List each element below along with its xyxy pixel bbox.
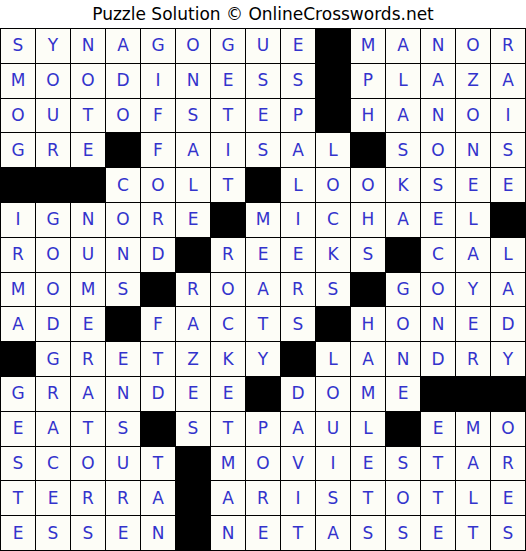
letter-cell-r8c13: O — [421, 273, 455, 307]
letter-cell-r4c15: S — [491, 133, 525, 167]
letter-cell-r10c4: E — [106, 342, 140, 376]
letter-cell-r6c5: R — [141, 203, 175, 237]
letter-cell-r11c2: R — [36, 377, 70, 411]
letter-cell-r14c9: I — [281, 481, 315, 515]
black-square-r1c10 — [316, 29, 350, 63]
black-square-r5c3 — [71, 168, 105, 202]
letter-cell-r15c11: S — [351, 516, 385, 550]
letter-cell-r6c3: N — [71, 203, 105, 237]
letter-cell-r13c15: R — [491, 447, 525, 481]
letter-cell-r3c11: H — [351, 99, 385, 133]
letter-cell-r3c1: O — [1, 99, 35, 133]
letter-cell-r12c6: S — [176, 412, 210, 446]
letter-cell-r5c7: T — [211, 168, 245, 202]
letter-cell-r4c1: G — [1, 133, 35, 167]
letter-cell-r12c10: U — [316, 412, 350, 446]
letter-cell-r7c11: S — [351, 238, 385, 272]
letter-cell-r15c13: E — [421, 516, 455, 550]
letter-cell-r5c9: L — [281, 168, 315, 202]
letter-cell-r10c8: Y — [246, 342, 280, 376]
letter-cell-r8c15: A — [491, 273, 525, 307]
black-square-r7c12 — [386, 238, 420, 272]
letter-cell-r15c3: S — [71, 516, 105, 550]
letter-cell-r8c10: S — [316, 273, 350, 307]
letter-cell-r6c13: E — [421, 203, 455, 237]
letter-cell-r15c2: S — [36, 516, 70, 550]
letter-cell-r6c8: M — [246, 203, 280, 237]
letter-cell-r1c14: O — [456, 29, 490, 63]
letter-cell-r5c14: E — [456, 168, 490, 202]
letter-cell-r1c6: O — [176, 29, 210, 63]
letter-cell-r13c9: V — [281, 447, 315, 481]
letter-cell-r6c4: O — [106, 203, 140, 237]
letter-cell-r13c12: S — [386, 447, 420, 481]
letter-cell-r13c2: C — [36, 447, 70, 481]
letter-cell-r8c12: G — [386, 273, 420, 307]
black-square-r5c8 — [246, 168, 280, 202]
letter-cell-r10c12: N — [386, 342, 420, 376]
letter-cell-r8c6: R — [176, 273, 210, 307]
black-square-r9c10 — [316, 307, 350, 341]
letter-cell-r2c11: P — [351, 64, 385, 98]
letter-cell-r15c8: E — [246, 516, 280, 550]
letter-cell-r3c8: E — [246, 99, 280, 133]
letter-cell-r11c4: N — [106, 377, 140, 411]
letter-cell-r6c10: C — [316, 203, 350, 237]
letter-cell-r10c5: T — [141, 342, 175, 376]
letter-cell-r4c10: L — [316, 133, 350, 167]
letter-cell-r15c5: N — [141, 516, 175, 550]
black-square-r5c2 — [36, 168, 70, 202]
letter-cell-r4c2: R — [36, 133, 70, 167]
letter-cell-r15c15: S — [491, 516, 525, 550]
letter-cell-r14c10: S — [316, 481, 350, 515]
letter-cell-r14c13: T — [421, 481, 455, 515]
black-square-r4c11 — [351, 133, 385, 167]
letter-cell-r5c4: C — [106, 168, 140, 202]
letter-cell-r7c7: R — [211, 238, 245, 272]
letter-cell-r10c15: Y — [491, 342, 525, 376]
letter-cell-r14c14: L — [456, 481, 490, 515]
letter-cell-r11c9: D — [281, 377, 315, 411]
letter-cell-r1c1: S — [1, 29, 35, 63]
letter-cell-r2c12: L — [386, 64, 420, 98]
letter-cell-r6c6: E — [176, 203, 210, 237]
letter-cell-r10c7: K — [211, 342, 245, 376]
letter-cell-r15c1: E — [1, 516, 35, 550]
black-square-r6c7 — [211, 203, 245, 237]
letter-cell-r2c6: N — [176, 64, 210, 98]
letter-cell-r12c11: L — [351, 412, 385, 446]
letter-cell-r6c11: H — [351, 203, 385, 237]
letter-cell-r7c10: K — [316, 238, 350, 272]
letter-cell-r8c2: O — [36, 273, 70, 307]
letter-cell-r6c9: I — [281, 203, 315, 237]
letter-cell-r6c2: G — [36, 203, 70, 237]
letter-cell-r13c4: U — [106, 447, 140, 481]
title-bar: Puzzle Solution © OnlineCrosswords.net — [0, 0, 526, 28]
letter-cell-r4c5: F — [141, 133, 175, 167]
letter-cell-r3c4: O — [106, 99, 140, 133]
letter-cell-r11c12: E — [386, 377, 420, 411]
letter-cell-r1c3: N — [71, 29, 105, 63]
letter-cell-r11c11: M — [351, 377, 385, 411]
letter-cell-r1c8: U — [246, 29, 280, 63]
black-square-r8c5 — [141, 273, 175, 307]
letter-cell-r8c4: S — [106, 273, 140, 307]
letter-cell-r14c2: E — [36, 481, 70, 515]
letter-cell-r3c7: T — [211, 99, 245, 133]
black-square-r3c10 — [316, 99, 350, 133]
letter-cell-r13c5: T — [141, 447, 175, 481]
puzzle-solution-page: Puzzle Solution © OnlineCrosswords.net S… — [0, 0, 526, 551]
letter-cell-r14c4: R — [106, 481, 140, 515]
letter-cell-r2c9: S — [281, 64, 315, 98]
letter-cell-r7c9: E — [281, 238, 315, 272]
black-square-r4c4 — [106, 133, 140, 167]
letter-cell-r5c12: K — [386, 168, 420, 202]
letter-cell-r11c10: O — [316, 377, 350, 411]
letter-cell-r11c7: E — [211, 377, 245, 411]
letter-cell-r1c11: M — [351, 29, 385, 63]
letter-cell-r2c8: S — [246, 64, 280, 98]
letter-cell-r10c6: Z — [176, 342, 210, 376]
letter-cell-r15c10: A — [316, 516, 350, 550]
letter-cell-r12c4: S — [106, 412, 140, 446]
letter-cell-r7c3: U — [71, 238, 105, 272]
black-square-r11c15 — [491, 377, 525, 411]
black-square-r14c6 — [176, 481, 210, 515]
letter-cell-r7c15: L — [491, 238, 525, 272]
letter-cell-r13c11: E — [351, 447, 385, 481]
letter-cell-r3c12: A — [386, 99, 420, 133]
letter-cell-r5c6: L — [176, 168, 210, 202]
letter-cell-r4c7: I — [211, 133, 245, 167]
letter-cell-r6c14: L — [456, 203, 490, 237]
letter-cell-r2c14: Z — [456, 64, 490, 98]
letter-cell-r13c10: I — [316, 447, 350, 481]
letter-cell-r4c14: N — [456, 133, 490, 167]
letter-cell-r7c1: R — [1, 238, 35, 272]
letter-cell-r6c12: A — [386, 203, 420, 237]
letter-cell-r10c13: D — [421, 342, 455, 376]
letter-cell-r8c3: M — [71, 273, 105, 307]
letter-cell-r12c1: E — [1, 412, 35, 446]
letter-cell-r2c5: I — [141, 64, 175, 98]
letter-cell-r2c2: O — [36, 64, 70, 98]
letter-cell-r4c13: O — [421, 133, 455, 167]
letter-cell-r10c2: G — [36, 342, 70, 376]
black-square-r12c12 — [386, 412, 420, 446]
black-square-r6c15 — [491, 203, 525, 237]
letter-cell-r13c3: O — [71, 447, 105, 481]
letter-cell-r9c14: E — [456, 307, 490, 341]
letter-cell-r1c15: R — [491, 29, 525, 63]
letter-cell-r14c8: R — [246, 481, 280, 515]
letter-cell-r7c2: O — [36, 238, 70, 272]
letter-cell-r12c7: T — [211, 412, 245, 446]
letter-cell-r15c7: N — [211, 516, 245, 550]
letter-cell-r2c4: D — [106, 64, 140, 98]
black-square-r12c5 — [141, 412, 175, 446]
black-square-r11c8 — [246, 377, 280, 411]
letter-cell-r9c12: O — [386, 307, 420, 341]
letter-cell-r7c4: N — [106, 238, 140, 272]
letter-cell-r2c15: A — [491, 64, 525, 98]
letter-cell-r1c2: Y — [36, 29, 70, 63]
black-square-r8c11 — [351, 273, 385, 307]
letter-cell-r8c7: O — [211, 273, 245, 307]
black-square-r5c1 — [1, 168, 35, 202]
black-square-r10c1 — [1, 342, 35, 376]
letter-cell-r8c8: A — [246, 273, 280, 307]
letter-cell-r5c5: O — [141, 168, 175, 202]
letter-cell-r1c13: N — [421, 29, 455, 63]
letter-cell-r11c3: A — [71, 377, 105, 411]
letter-cell-r14c7: A — [211, 481, 245, 515]
letter-cell-r4c8: S — [246, 133, 280, 167]
letter-cell-r8c9: R — [281, 273, 315, 307]
letter-cell-r3c9: P — [281, 99, 315, 133]
letter-cell-r13c14: A — [456, 447, 490, 481]
letter-cell-r9c15: D — [491, 307, 525, 341]
letter-cell-r5c11: O — [351, 168, 385, 202]
letter-cell-r14c11: T — [351, 481, 385, 515]
letter-cell-r6c1: I — [1, 203, 35, 237]
letter-cell-r12c14: M — [456, 412, 490, 446]
letter-cell-r4c3: E — [71, 133, 105, 167]
letter-cell-r13c7: M — [211, 447, 245, 481]
letter-cell-r3c6: S — [176, 99, 210, 133]
letter-cell-r15c9: T — [281, 516, 315, 550]
letter-cell-r10c11: A — [351, 342, 385, 376]
letter-cell-r10c3: R — [71, 342, 105, 376]
letter-cell-r9c8: T — [246, 307, 280, 341]
letter-cell-r1c4: A — [106, 29, 140, 63]
letter-cell-r9c7: C — [211, 307, 245, 341]
letter-cell-r12c8: P — [246, 412, 280, 446]
letter-cell-r9c11: H — [351, 307, 385, 341]
black-square-r11c13 — [421, 377, 455, 411]
letter-cell-r12c15: O — [491, 412, 525, 446]
letter-cell-r7c8: E — [246, 238, 280, 272]
letter-cell-r14c3: R — [71, 481, 105, 515]
letter-cell-r14c1: T — [1, 481, 35, 515]
letter-cell-r2c13: A — [421, 64, 455, 98]
letter-cell-r1c5: G — [141, 29, 175, 63]
letter-cell-r3c5: F — [141, 99, 175, 133]
letter-cell-r9c2: D — [36, 307, 70, 341]
letter-cell-r5c10: O — [316, 168, 350, 202]
black-square-r13c6 — [176, 447, 210, 481]
black-square-r10c9 — [281, 342, 315, 376]
letter-cell-r11c5: D — [141, 377, 175, 411]
letter-cell-r13c1: S — [1, 447, 35, 481]
letter-cell-r7c5: D — [141, 238, 175, 272]
letter-cell-r1c12: A — [386, 29, 420, 63]
letter-cell-r4c9: A — [281, 133, 315, 167]
letter-cell-r14c5: A — [141, 481, 175, 515]
letter-cell-r8c1: M — [1, 273, 35, 307]
letter-cell-r9c5: F — [141, 307, 175, 341]
letter-cell-r5c13: S — [421, 168, 455, 202]
letter-cell-r3c2: U — [36, 99, 70, 133]
letter-cell-r3c15: I — [491, 99, 525, 133]
letter-cell-r9c3: E — [71, 307, 105, 341]
letter-cell-r10c10: L — [316, 342, 350, 376]
letter-cell-r15c4: E — [106, 516, 140, 550]
letter-cell-r9c13: N — [421, 307, 455, 341]
letter-cell-r9c1: A — [1, 307, 35, 341]
letter-cell-r12c2: A — [36, 412, 70, 446]
letter-cell-r9c6: A — [176, 307, 210, 341]
letter-cell-r7c14: A — [456, 238, 490, 272]
letter-cell-r12c3: T — [71, 412, 105, 446]
letter-cell-r2c1: M — [1, 64, 35, 98]
letter-cell-r15c12: S — [386, 516, 420, 550]
letter-cell-r2c7: E — [211, 64, 245, 98]
letter-cell-r3c3: T — [71, 99, 105, 133]
letter-cell-r1c7: G — [211, 29, 245, 63]
letter-cell-r7c13: C — [421, 238, 455, 272]
letter-cell-r3c13: N — [421, 99, 455, 133]
crossword-grid: SYNAGOGUEMANORMOODINESSPLAZAOUTOFSTEPHAN… — [0, 28, 526, 551]
black-square-r7c6 — [176, 238, 210, 272]
letter-cell-r12c13: E — [421, 412, 455, 446]
letter-cell-r1c9: E — [281, 29, 315, 63]
letter-cell-r4c12: S — [386, 133, 420, 167]
letter-cell-r3c14: O — [456, 99, 490, 133]
letter-cell-r12c9: A — [281, 412, 315, 446]
letter-cell-r11c1: G — [1, 377, 35, 411]
black-square-r11c14 — [456, 377, 490, 411]
page-title: Puzzle Solution © OnlineCrosswords.net — [92, 4, 434, 24]
letter-cell-r8c14: Y — [456, 273, 490, 307]
letter-cell-r14c12: O — [386, 481, 420, 515]
letter-cell-r11c6: E — [176, 377, 210, 411]
letter-cell-r4c6: A — [176, 133, 210, 167]
letter-cell-r13c8: O — [246, 447, 280, 481]
black-square-r9c4 — [106, 307, 140, 341]
letter-cell-r10c14: R — [456, 342, 490, 376]
black-square-r15c6 — [176, 516, 210, 550]
black-square-r2c10 — [316, 64, 350, 98]
letter-cell-r15c14: T — [456, 516, 490, 550]
letter-cell-r9c9: S — [281, 307, 315, 341]
letter-cell-r13c13: T — [421, 447, 455, 481]
letter-cell-r2c3: O — [71, 64, 105, 98]
letter-cell-r14c15: E — [491, 481, 525, 515]
letter-cell-r5c15: E — [491, 168, 525, 202]
